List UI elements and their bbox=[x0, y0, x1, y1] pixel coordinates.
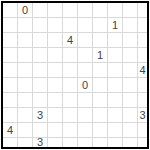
cell-r8c7[interactable] bbox=[108, 123, 123, 138]
cell-r5c0[interactable] bbox=[3, 78, 18, 93]
cell-r1c2[interactable] bbox=[33, 18, 48, 33]
cell-r0c7[interactable] bbox=[108, 3, 123, 18]
puzzle-grid: 0141403343 bbox=[1, 1, 149, 149]
cell-r8c4[interactable] bbox=[63, 123, 78, 138]
cell-r9c9[interactable] bbox=[138, 138, 147, 147]
cell-r0c6[interactable] bbox=[93, 3, 108, 18]
cell-r0c3[interactable] bbox=[48, 3, 63, 18]
cell-r6c8[interactable] bbox=[123, 93, 138, 108]
cell-r0c8[interactable] bbox=[123, 3, 138, 18]
cell-r9c0[interactable] bbox=[3, 138, 18, 147]
cell-r3c0[interactable] bbox=[3, 48, 18, 63]
cell-r8c6[interactable] bbox=[93, 123, 108, 138]
cell-r3c5[interactable] bbox=[78, 48, 93, 63]
clue-cell-r9c2: 3 bbox=[33, 138, 48, 147]
cell-r2c6[interactable] bbox=[93, 33, 108, 48]
cell-r4c0[interactable] bbox=[3, 63, 18, 78]
cell-r6c6[interactable] bbox=[93, 93, 108, 108]
clue-cell-r8c0: 4 bbox=[3, 123, 18, 138]
cell-r2c7[interactable] bbox=[108, 33, 123, 48]
cell-r3c9[interactable] bbox=[138, 48, 147, 63]
cell-r4c4[interactable] bbox=[63, 63, 78, 78]
cell-r1c0[interactable] bbox=[3, 18, 18, 33]
cell-r5c1[interactable] bbox=[18, 78, 33, 93]
cell-r1c3[interactable] bbox=[48, 18, 63, 33]
cell-r1c8[interactable] bbox=[123, 18, 138, 33]
cell-r0c0[interactable] bbox=[3, 3, 18, 18]
cell-r0c2[interactable] bbox=[33, 3, 48, 18]
cell-r8c3[interactable] bbox=[48, 123, 63, 138]
cell-r2c3[interactable] bbox=[48, 33, 63, 48]
clue-cell-r0c1: 0 bbox=[18, 3, 33, 18]
cell-r0c5[interactable] bbox=[78, 3, 93, 18]
cell-r6c5[interactable] bbox=[78, 93, 93, 108]
cell-r3c2[interactable] bbox=[33, 48, 48, 63]
cell-r4c2[interactable] bbox=[33, 63, 48, 78]
cell-r1c9[interactable] bbox=[138, 18, 147, 33]
clue-cell-r2c4: 4 bbox=[63, 33, 78, 48]
cell-r7c6[interactable] bbox=[93, 108, 108, 123]
cell-r6c9[interactable] bbox=[138, 93, 147, 108]
cell-r4c5[interactable] bbox=[78, 63, 93, 78]
cell-r1c6[interactable] bbox=[93, 18, 108, 33]
cell-r7c3[interactable] bbox=[48, 108, 63, 123]
cell-r9c3[interactable] bbox=[48, 138, 63, 147]
clue-cell-r5c5: 0 bbox=[78, 78, 93, 93]
cell-r9c1[interactable] bbox=[18, 138, 33, 147]
cell-r5c8[interactable] bbox=[123, 78, 138, 93]
cell-r2c1[interactable] bbox=[18, 33, 33, 48]
cell-r4c1[interactable] bbox=[18, 63, 33, 78]
cell-r8c9[interactable] bbox=[138, 123, 147, 138]
clue-cell-r1c7: 1 bbox=[108, 18, 123, 33]
cell-r8c5[interactable] bbox=[78, 123, 93, 138]
cell-r3c4[interactable] bbox=[63, 48, 78, 63]
cell-r7c7[interactable] bbox=[108, 108, 123, 123]
cell-r1c5[interactable] bbox=[78, 18, 93, 33]
cell-r5c9[interactable] bbox=[138, 78, 147, 93]
cell-r6c3[interactable] bbox=[48, 93, 63, 108]
cell-r4c6[interactable] bbox=[93, 63, 108, 78]
clue-cell-r4c9: 4 bbox=[138, 63, 147, 78]
cell-r5c2[interactable] bbox=[33, 78, 48, 93]
cell-r7c0[interactable] bbox=[3, 108, 18, 123]
cell-r4c3[interactable] bbox=[48, 63, 63, 78]
cell-r5c4[interactable] bbox=[63, 78, 78, 93]
cell-r9c8[interactable] bbox=[123, 138, 138, 147]
cell-r6c7[interactable] bbox=[108, 93, 123, 108]
cell-r7c1[interactable] bbox=[18, 108, 33, 123]
cell-r0c4[interactable] bbox=[63, 3, 78, 18]
cell-r2c9[interactable] bbox=[138, 33, 147, 48]
cell-r3c1[interactable] bbox=[18, 48, 33, 63]
cell-r3c7[interactable] bbox=[108, 48, 123, 63]
cell-r7c5[interactable] bbox=[78, 108, 93, 123]
clue-cell-r3c6: 1 bbox=[93, 48, 108, 63]
cell-r2c2[interactable] bbox=[33, 33, 48, 48]
cell-r9c7[interactable] bbox=[108, 138, 123, 147]
cell-r0c9[interactable] bbox=[138, 3, 147, 18]
cell-r2c8[interactable] bbox=[123, 33, 138, 48]
cell-r5c6[interactable] bbox=[93, 78, 108, 93]
cell-r6c0[interactable] bbox=[3, 93, 18, 108]
clue-cell-r7c2: 3 bbox=[33, 108, 48, 123]
cell-r9c6[interactable] bbox=[93, 138, 108, 147]
cell-r3c8[interactable] bbox=[123, 48, 138, 63]
cell-r9c4[interactable] bbox=[63, 138, 78, 147]
cell-r8c1[interactable] bbox=[18, 123, 33, 138]
cell-r9c5[interactable] bbox=[78, 138, 93, 147]
cell-r2c5[interactable] bbox=[78, 33, 93, 48]
cell-r7c4[interactable] bbox=[63, 108, 78, 123]
cell-r1c1[interactable] bbox=[18, 18, 33, 33]
cell-r5c3[interactable] bbox=[48, 78, 63, 93]
cell-r6c2[interactable] bbox=[33, 93, 48, 108]
cell-r4c8[interactable] bbox=[123, 63, 138, 78]
cell-r1c4[interactable] bbox=[63, 18, 78, 33]
cell-r3c3[interactable] bbox=[48, 48, 63, 63]
cell-r6c1[interactable] bbox=[18, 93, 33, 108]
cell-r4c7[interactable] bbox=[108, 63, 123, 78]
cell-r5c7[interactable] bbox=[108, 78, 123, 93]
cell-r6c4[interactable] bbox=[63, 93, 78, 108]
clue-cell-r7c9: 3 bbox=[138, 108, 147, 123]
cell-r7c8[interactable] bbox=[123, 108, 138, 123]
cell-r8c8[interactable] bbox=[123, 123, 138, 138]
cell-r2c0[interactable] bbox=[3, 33, 18, 48]
